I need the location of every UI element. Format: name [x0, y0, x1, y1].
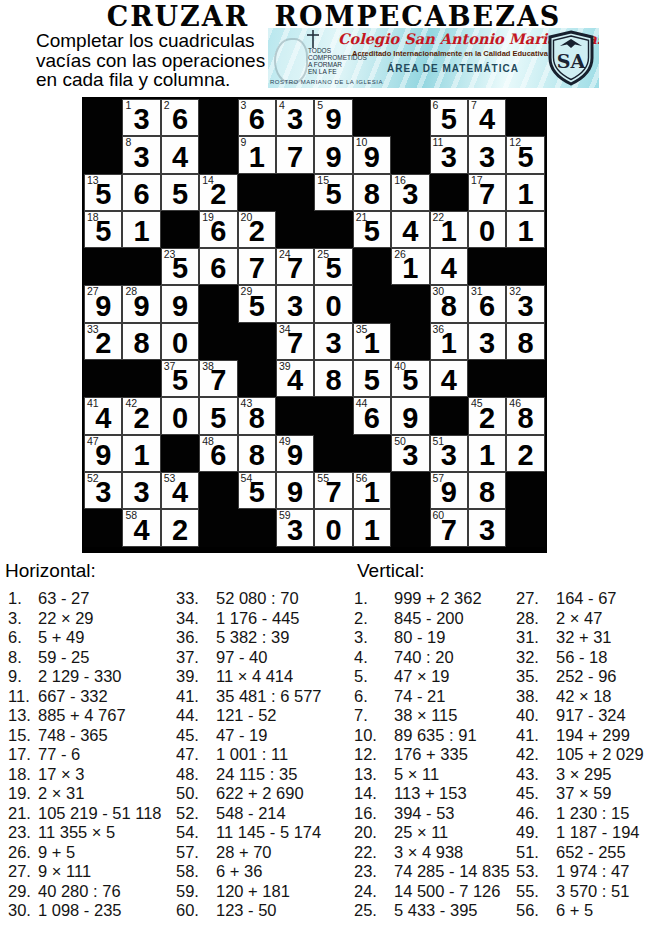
clue-number: 47. — [176, 745, 216, 765]
clue-expression: 2 129 - 330 — [38, 667, 121, 687]
cell-digit: 5 — [315, 176, 351, 212]
cell-digit: 3 — [123, 101, 159, 137]
cell-r2c8[interactable]: 109 — [353, 136, 391, 173]
cell-r9c11[interactable]: 452 — [468, 397, 506, 434]
instructions-line-2: vacías con las operaciones — [36, 51, 265, 71]
clue-horizontal-8: 8.59 - 25 — [8, 648, 162, 668]
clue-number: 17. — [8, 745, 38, 765]
cell-r7c12[interactable]: 8 — [506, 323, 544, 360]
clue-number: 24. — [354, 882, 394, 902]
cell-digit: 3 — [277, 512, 313, 548]
clue-number: 28. — [516, 609, 556, 629]
clue-vertical-6: 6.74 - 21 — [354, 687, 510, 707]
cell-digit: 5 — [354, 213, 390, 249]
cell-r10c1[interactable]: 479 — [84, 435, 122, 472]
clue-number: 27. — [516, 589, 556, 609]
cell-digit: 4 — [123, 512, 159, 548]
clue-vertical-53: 53.1 974 : 47 — [516, 862, 644, 882]
cell-r8c12 — [506, 360, 544, 397]
cell-r1c11[interactable]: 74 — [468, 99, 506, 136]
cell-r3c6 — [276, 174, 314, 211]
clue-horizontal-17: 17.77 - 6 — [8, 745, 162, 765]
cell-r10c10[interactable]: 513 — [430, 435, 468, 472]
cell-r9c6 — [276, 397, 314, 434]
cell-r12c2[interactable]: 584 — [122, 509, 160, 546]
clue-vertical-38: 38.42 × 18 — [516, 687, 644, 707]
cell-r10c5[interactable]: 8 — [238, 435, 276, 472]
cell-digit: 4 — [431, 362, 467, 398]
clue-number: 45. — [176, 726, 216, 746]
cell-r4c4[interactable]: 196 — [199, 211, 237, 248]
cell-r3c9[interactable]: 163 — [391, 174, 429, 211]
clue-number: 41. — [176, 687, 216, 707]
clue-expression: 11 355 × 5 — [38, 823, 115, 843]
cell-r3c5 — [238, 174, 276, 211]
clue-horizontal-1: 1.63 - 27 — [8, 589, 162, 609]
cell-r2c2[interactable]: 83 — [122, 136, 160, 173]
clue-horizontal-30: 30.1 098 - 235 — [8, 901, 162, 921]
cell-r6c1[interactable]: 279 — [84, 285, 122, 322]
cell-digit: 3 — [277, 288, 313, 324]
cell-r1c12 — [506, 99, 544, 136]
cell-r8c5 — [238, 360, 276, 397]
clue-number: 37. — [176, 648, 216, 668]
cell-digit: 1 — [354, 512, 390, 548]
cell-digit: 3 — [431, 139, 467, 175]
clue-expression: 748 - 365 — [38, 726, 108, 746]
clue-expression: 740 : 20 — [394, 648, 454, 668]
cell-r3c2[interactable]: 6 — [122, 174, 160, 211]
cell-digit: 6 — [200, 437, 236, 473]
clue-horizontal-57: 57.28 + 70 — [176, 843, 322, 863]
cell-digit: 0 — [162, 400, 198, 436]
clue-horizontal-19: 19.2 × 31 — [8, 784, 162, 804]
clue-number: 8. — [8, 648, 38, 668]
clue-number: 11. — [8, 687, 38, 707]
cell-r1c2[interactable]: 13 — [122, 99, 160, 136]
shield-monogram: SA — [557, 50, 586, 72]
cell-digit: 6 — [200, 213, 236, 249]
cell-digit: 9 — [162, 288, 198, 324]
cell-r12c7[interactable]: 0 — [314, 509, 352, 546]
cell-r10c8 — [353, 435, 391, 472]
cell-r2c12[interactable]: 125 — [506, 136, 544, 173]
cell-digit: 2 — [239, 213, 275, 249]
cell-digit: 1 — [123, 437, 159, 473]
cell-r11c3[interactable]: 534 — [161, 472, 199, 509]
clue-expression: 28 + 70 — [216, 843, 272, 863]
cell-r7c10[interactable]: 361 — [430, 323, 468, 360]
clue-expression: 917 - 324 — [556, 706, 626, 726]
cell-digit: 5 — [85, 176, 121, 212]
horizontal-clues-column-1: 1.63 - 273.22 × 296.5 + 498.59 - 259.2 1… — [8, 589, 162, 921]
clue-vertical-49: 49.1 187 - 194 — [516, 823, 644, 843]
clue-expression: 11 × 4 414 — [216, 667, 293, 687]
cell-r3c3[interactable]: 5 — [161, 174, 199, 211]
clue-expression: 17 × 3 — [38, 765, 84, 785]
clue-vertical-22: 22.3 × 4 938 — [354, 843, 510, 863]
cell-digit: 1 — [431, 213, 467, 249]
vertical-clues-column-1: 1.999 + 2 3622.845 - 2003.80 - 194.740 :… — [354, 589, 510, 921]
cell-r9c3[interactable]: 0 — [161, 397, 199, 434]
cell-digit: 3 — [392, 437, 428, 473]
cell-r8c3[interactable]: 375 — [161, 360, 199, 397]
clue-number: 13. — [8, 706, 38, 726]
clue-horizontal-33: 33.52 080 : 70 — [176, 589, 322, 609]
clue-horizontal-18: 18.17 × 3 — [8, 765, 162, 785]
cell-digit: 6 — [239, 101, 275, 137]
cell-r2c6[interactable]: 7 — [276, 136, 314, 173]
cell-r5c3[interactable]: 235 — [161, 248, 199, 285]
cell-r10c9[interactable]: 503 — [391, 435, 429, 472]
cell-digit: 5 — [239, 474, 275, 510]
cell-r12c10[interactable]: 607 — [430, 509, 468, 546]
cell-r2c4 — [199, 136, 237, 173]
cell-r5c6[interactable]: 247 — [276, 248, 314, 285]
cell-r4c1[interactable]: 185 — [84, 211, 122, 248]
cell-digit: 3 — [507, 288, 543, 324]
clue-vertical-5: 5.47 × 19 — [354, 667, 510, 687]
clue-number: 23. — [354, 862, 394, 882]
cell-r11c2[interactable]: 3 — [122, 472, 160, 509]
cell-r5c4[interactable]: 6 — [199, 248, 237, 285]
clue-expression: 1 230 : 15 — [556, 804, 629, 824]
cell-digit: 8 — [469, 474, 505, 510]
cell-r11c1[interactable]: 523 — [84, 472, 122, 509]
clue-expression: 164 - 67 — [556, 589, 617, 609]
cell-r5c7[interactable]: 255 — [314, 248, 352, 285]
clue-expression: 25 × 11 — [394, 823, 448, 843]
cell-r11c8[interactable]: 561 — [353, 472, 391, 509]
cell-r12c8[interactable]: 1 — [353, 509, 391, 546]
clue-number: 2. — [354, 609, 394, 629]
horizontal-clues-column-2: 33.52 080 : 7034.1 176 - 44536.5 382 : 3… — [176, 589, 322, 921]
clue-number: 14. — [354, 784, 394, 804]
cell-r7c2[interactable]: 8 — [122, 323, 160, 360]
cell-r4c9[interactable]: 4 — [391, 211, 429, 248]
clue-horizontal-47: 47.1 001 : 11 — [176, 745, 322, 765]
clue-number: 38. — [516, 687, 556, 707]
cell-digit: 1 — [123, 213, 159, 249]
vertical-clues-heading: Vertical: — [357, 560, 425, 582]
clue-number: 29. — [8, 882, 38, 902]
instructions-line-1: Completar los cuadriculas — [36, 31, 265, 51]
cell-r4c10[interactable]: 221 — [430, 211, 468, 248]
cell-r8c8[interactable]: 5 — [353, 360, 391, 397]
clue-expression: 47 × 19 — [394, 667, 450, 687]
cell-digit: 2 — [507, 437, 543, 473]
clue-expression: 1 176 - 445 — [216, 609, 299, 629]
cell-r7c9 — [391, 323, 429, 360]
cell-digit: 9 — [85, 288, 121, 324]
cell-r10c2[interactable]: 1 — [122, 435, 160, 472]
cell-r4c11[interactable]: 0 — [468, 211, 506, 248]
clue-expression: 3 570 : 51 — [556, 882, 629, 902]
vertical-clues-column-2: 27.164 - 6728.2 × 4731.32 + 3132.56 - 18… — [516, 589, 644, 921]
clue-horizontal-39: 39.11 × 4 414 — [176, 667, 322, 687]
cell-r4c2[interactable]: 1 — [122, 211, 160, 248]
cell-r11c11[interactable]: 8 — [468, 472, 506, 509]
clue-number: 55. — [516, 882, 556, 902]
cell-r6c3[interactable]: 9 — [161, 285, 199, 322]
cell-r12c9 — [391, 509, 429, 546]
clue-expression: 113 + 153 — [394, 784, 467, 804]
cell-r12c12 — [506, 509, 544, 546]
clue-number: 45. — [516, 784, 556, 804]
clue-vertical-40: 40.917 - 324 — [516, 706, 644, 726]
cell-r4c8[interactable]: 215 — [353, 211, 391, 248]
clue-vertical-46: 46.1 230 : 15 — [516, 804, 644, 824]
cell-digit: 9 — [315, 139, 351, 175]
clue-expression: 652 - 255 — [556, 843, 626, 863]
cell-r8c11 — [468, 360, 506, 397]
cell-r2c10[interactable]: 113 — [430, 136, 468, 173]
clue-horizontal-58: 58.6 + 36 — [176, 862, 322, 882]
cell-r1c7[interactable]: 59 — [314, 99, 352, 136]
cell-r4c5[interactable]: 202 — [238, 211, 276, 248]
clue-expression: 3 × 4 938 — [394, 843, 463, 863]
clue-horizontal-41: 41.35 481 : 6 577 — [176, 687, 322, 707]
clue-number: 40. — [516, 706, 556, 726]
clue-vertical-3: 3.80 - 19 — [354, 628, 510, 648]
clue-horizontal-13: 13.885 + 4 767 — [8, 706, 162, 726]
cell-r12c11[interactable]: 3 — [468, 509, 506, 546]
clue-vertical-1: 1.999 + 2 362 — [354, 589, 510, 609]
cell-r6c9 — [391, 285, 429, 322]
clue-vertical-24: 24.14 500 - 7 126 — [354, 882, 510, 902]
cell-r5c10[interactable]: 4 — [430, 248, 468, 285]
clue-vertical-16: 16.394 - 53 — [354, 804, 510, 824]
cell-r9c4[interactable]: 5 — [199, 397, 237, 434]
clue-expression: 35 481 : 6 577 — [216, 687, 322, 707]
school-banner: TODOS COMPROMETIDOS A FORMAR EN LA FE Co… — [268, 28, 599, 88]
clue-number: 1. — [8, 589, 38, 609]
cell-r2c5[interactable]: 91 — [238, 136, 276, 173]
cell-r5c5[interactable]: 7 — [238, 248, 276, 285]
accreditation-text: Acreditado Internacionalmente en la Cali… — [350, 49, 550, 58]
cell-r12c6[interactable]: 593 — [276, 509, 314, 546]
clue-vertical-13: 13.5 × 11 — [354, 765, 510, 785]
cell-r6c12[interactable]: 323 — [506, 285, 544, 322]
cell-digit: 8 — [239, 437, 275, 473]
cell-r3c1[interactable]: 135 — [84, 174, 122, 211]
cell-digit: 3 — [315, 325, 351, 361]
puzzle-grid: 1326364359657483491791091133125135651421… — [82, 97, 547, 553]
cell-digit: 9 — [431, 474, 467, 510]
cell-r10c4[interactable]: 486 — [199, 435, 237, 472]
cell-r5c11 — [468, 248, 506, 285]
cell-r8c6[interactable]: 394 — [276, 360, 314, 397]
clue-number: 4. — [354, 648, 394, 668]
clue-number: 49. — [516, 823, 556, 843]
cell-digit: 4 — [392, 213, 428, 249]
clue-vertical-23: 23.74 285 - 14 835 — [354, 862, 510, 882]
cell-digit: 2 — [469, 400, 505, 436]
clue-expression: 176 + 335 — [394, 745, 468, 765]
clue-horizontal-44: 44.121 - 52 — [176, 706, 322, 726]
clue-number: 59. — [176, 882, 216, 902]
cell-r2c11[interactable]: 3 — [468, 136, 506, 173]
cell-r7c1[interactable]: 332 — [84, 323, 122, 360]
cell-r10c12[interactable]: 2 — [506, 435, 544, 472]
clue-number: 44. — [176, 706, 216, 726]
clue-vertical-12: 12.176 + 335 — [354, 745, 510, 765]
clue-expression: 6 + 5 — [556, 901, 593, 921]
cell-digit: 9 — [85, 437, 121, 473]
clue-expression: 105 219 - 51 118 — [38, 804, 162, 824]
cell-digit: 4 — [162, 139, 198, 175]
cell-digit: 8 — [315, 362, 351, 398]
cell-r8c4[interactable]: 387 — [199, 360, 237, 397]
clue-vertical-25: 25.5 433 - 395 — [354, 901, 510, 921]
cell-r7c7[interactable]: 3 — [314, 323, 352, 360]
clue-expression: 5 382 : 39 — [216, 628, 289, 648]
cell-digit: 4 — [431, 250, 467, 286]
clue-horizontal-34: 34.1 176 - 445 — [176, 609, 322, 629]
clue-number: 25. — [354, 901, 394, 921]
clue-horizontal-3: 3.22 × 29 — [8, 609, 162, 629]
cell-digit: 5 — [200, 400, 236, 436]
clue-vertical-43: 43.3 × 295 — [516, 765, 644, 785]
clue-number: 41. — [516, 726, 556, 746]
cell-r5c1 — [84, 248, 122, 285]
cell-r9c5[interactable]: 438 — [238, 397, 276, 434]
instructions: Completar los cuadriculas vacías con las… — [36, 31, 265, 90]
clue-expression: 37 × 59 — [556, 784, 612, 804]
clue-expression: 22 × 29 — [38, 609, 94, 629]
clue-number: 30. — [8, 901, 38, 921]
cell-r1c5[interactable]: 36 — [238, 99, 276, 136]
cell-r3c10 — [430, 174, 468, 211]
cell-r3c8[interactable]: 8 — [353, 174, 391, 211]
clue-expression: 5 × 11 — [394, 765, 439, 785]
cell-digit: 1 — [354, 474, 390, 510]
cell-digit: 0 — [315, 512, 351, 548]
clue-horizontal-50: 50.622 + 2 690 — [176, 784, 322, 804]
area-matematica-text: ÁREA DE MATEMÁTICA — [378, 63, 528, 74]
clue-expression: 548 - 214 — [216, 804, 286, 824]
cell-digit: 7 — [431, 512, 467, 548]
clue-horizontal-52: 52.548 - 214 — [176, 804, 322, 824]
cell-r6c7[interactable]: 0 — [314, 285, 352, 322]
cell-r3c4[interactable]: 142 — [199, 174, 237, 211]
cell-r6c11[interactable]: 316 — [468, 285, 506, 322]
clue-expression: 5 + 49 — [38, 628, 84, 648]
clue-vertical-55: 55.3 570 : 51 — [516, 882, 644, 902]
cell-r6c2[interactable]: 289 — [122, 285, 160, 322]
cell-r9c9[interactable]: 9 — [391, 397, 429, 434]
cell-r8c10[interactable]: 4 — [430, 360, 468, 397]
clue-expression: 5 433 - 395 — [394, 901, 477, 921]
cell-digit: 6 — [354, 400, 390, 436]
clue-number: 6. — [354, 687, 394, 707]
clue-expression: 622 + 2 690 — [216, 784, 304, 804]
cell-r1c10[interactable]: 65 — [430, 99, 468, 136]
clue-expression: 394 - 53 — [394, 804, 455, 824]
cell-r3c7[interactable]: 155 — [314, 174, 352, 211]
cell-r6c10[interactable]: 308 — [430, 285, 468, 322]
clue-horizontal-60: 60.123 - 50 — [176, 901, 322, 921]
clue-number: 9. — [8, 667, 38, 687]
cell-r3c11[interactable]: 177 — [468, 174, 506, 211]
cell-digit: 3 — [431, 437, 467, 473]
cell-r6c6[interactable]: 3 — [276, 285, 314, 322]
clue-vertical-14: 14.113 + 153 — [354, 784, 510, 804]
cell-r9c12[interactable]: 468 — [506, 397, 544, 434]
cell-r4c3 — [161, 211, 199, 248]
clue-expression: 89 635 : 91 — [394, 726, 477, 746]
cell-r4c12[interactable]: 1 — [506, 211, 544, 248]
clue-number: 39. — [176, 667, 216, 687]
cell-digit: 0 — [162, 325, 198, 361]
clue-vertical-20: 20.25 × 11 — [354, 823, 510, 843]
clue-number: 20. — [354, 823, 394, 843]
clue-number: 27. — [8, 862, 38, 882]
cell-r10c6[interactable]: 499 — [276, 435, 314, 472]
cell-digit: 1 — [469, 437, 505, 473]
clue-vertical-28: 28.2 × 47 — [516, 609, 644, 629]
clue-number: 26. — [8, 843, 38, 863]
cell-r5c9[interactable]: 261 — [391, 248, 429, 285]
cell-r2c1 — [84, 136, 122, 173]
cell-r10c11[interactable]: 1 — [468, 435, 506, 472]
cell-r9c8[interactable]: 446 — [353, 397, 391, 434]
clue-expression: 14 500 - 7 126 — [394, 882, 500, 902]
cell-r8c7[interactable]: 8 — [314, 360, 352, 397]
cell-digit: 9 — [392, 400, 428, 436]
cell-digit: 8 — [431, 288, 467, 324]
cell-digit: 7 — [469, 176, 505, 212]
cell-r1c8 — [353, 99, 391, 136]
cell-r10c7 — [314, 435, 352, 472]
cell-r9c10 — [430, 397, 468, 434]
cell-r9c1[interactable]: 414 — [84, 397, 122, 434]
clue-expression: 74 - 21 — [394, 687, 445, 707]
cell-r2c3[interactable]: 4 — [161, 136, 199, 173]
cell-r12c3[interactable]: 2 — [161, 509, 199, 546]
cell-r11c7[interactable]: 557 — [314, 472, 352, 509]
cell-r11c10[interactable]: 579 — [430, 472, 468, 509]
cell-digit: 5 — [507, 139, 543, 175]
cell-digit: 6 — [123, 176, 159, 212]
cell-r1c6[interactable]: 43 — [276, 99, 314, 136]
cell-r9c2[interactable]: 422 — [122, 397, 160, 434]
cell-r11c5[interactable]: 545 — [238, 472, 276, 509]
cell-r6c5[interactable]: 295 — [238, 285, 276, 322]
clue-expression: 6 + 36 — [216, 862, 262, 882]
cell-r11c6[interactable]: 9 — [276, 472, 314, 509]
cell-r1c1 — [84, 99, 122, 136]
cell-digit: 6 — [162, 101, 198, 137]
cell-r8c9[interactable]: 405 — [391, 360, 429, 397]
clue-expression: 105 + 2 029 — [556, 745, 644, 765]
cell-r7c6[interactable]: 347 — [276, 323, 314, 360]
cell-r1c3[interactable]: 26 — [161, 99, 199, 136]
clue-horizontal-21: 21.105 219 - 51 118 — [8, 804, 162, 824]
cell-r7c11[interactable]: 3 — [468, 323, 506, 360]
cell-r6c4 — [199, 285, 237, 322]
clue-expression: 9 × 111 — [38, 862, 91, 882]
cell-r3c12[interactable]: 1 — [506, 174, 544, 211]
clue-horizontal-27: 27.9 × 111 — [8, 862, 162, 882]
clue-number: 60. — [176, 901, 216, 921]
clue-number: 10. — [354, 726, 394, 746]
cell-r7c8[interactable]: 351 — [353, 323, 391, 360]
cell-digit: 5 — [85, 213, 121, 249]
clue-expression: 1 098 - 235 — [38, 901, 121, 921]
cell-r7c3[interactable]: 0 — [161, 323, 199, 360]
cell-r2c7[interactable]: 9 — [314, 136, 352, 173]
